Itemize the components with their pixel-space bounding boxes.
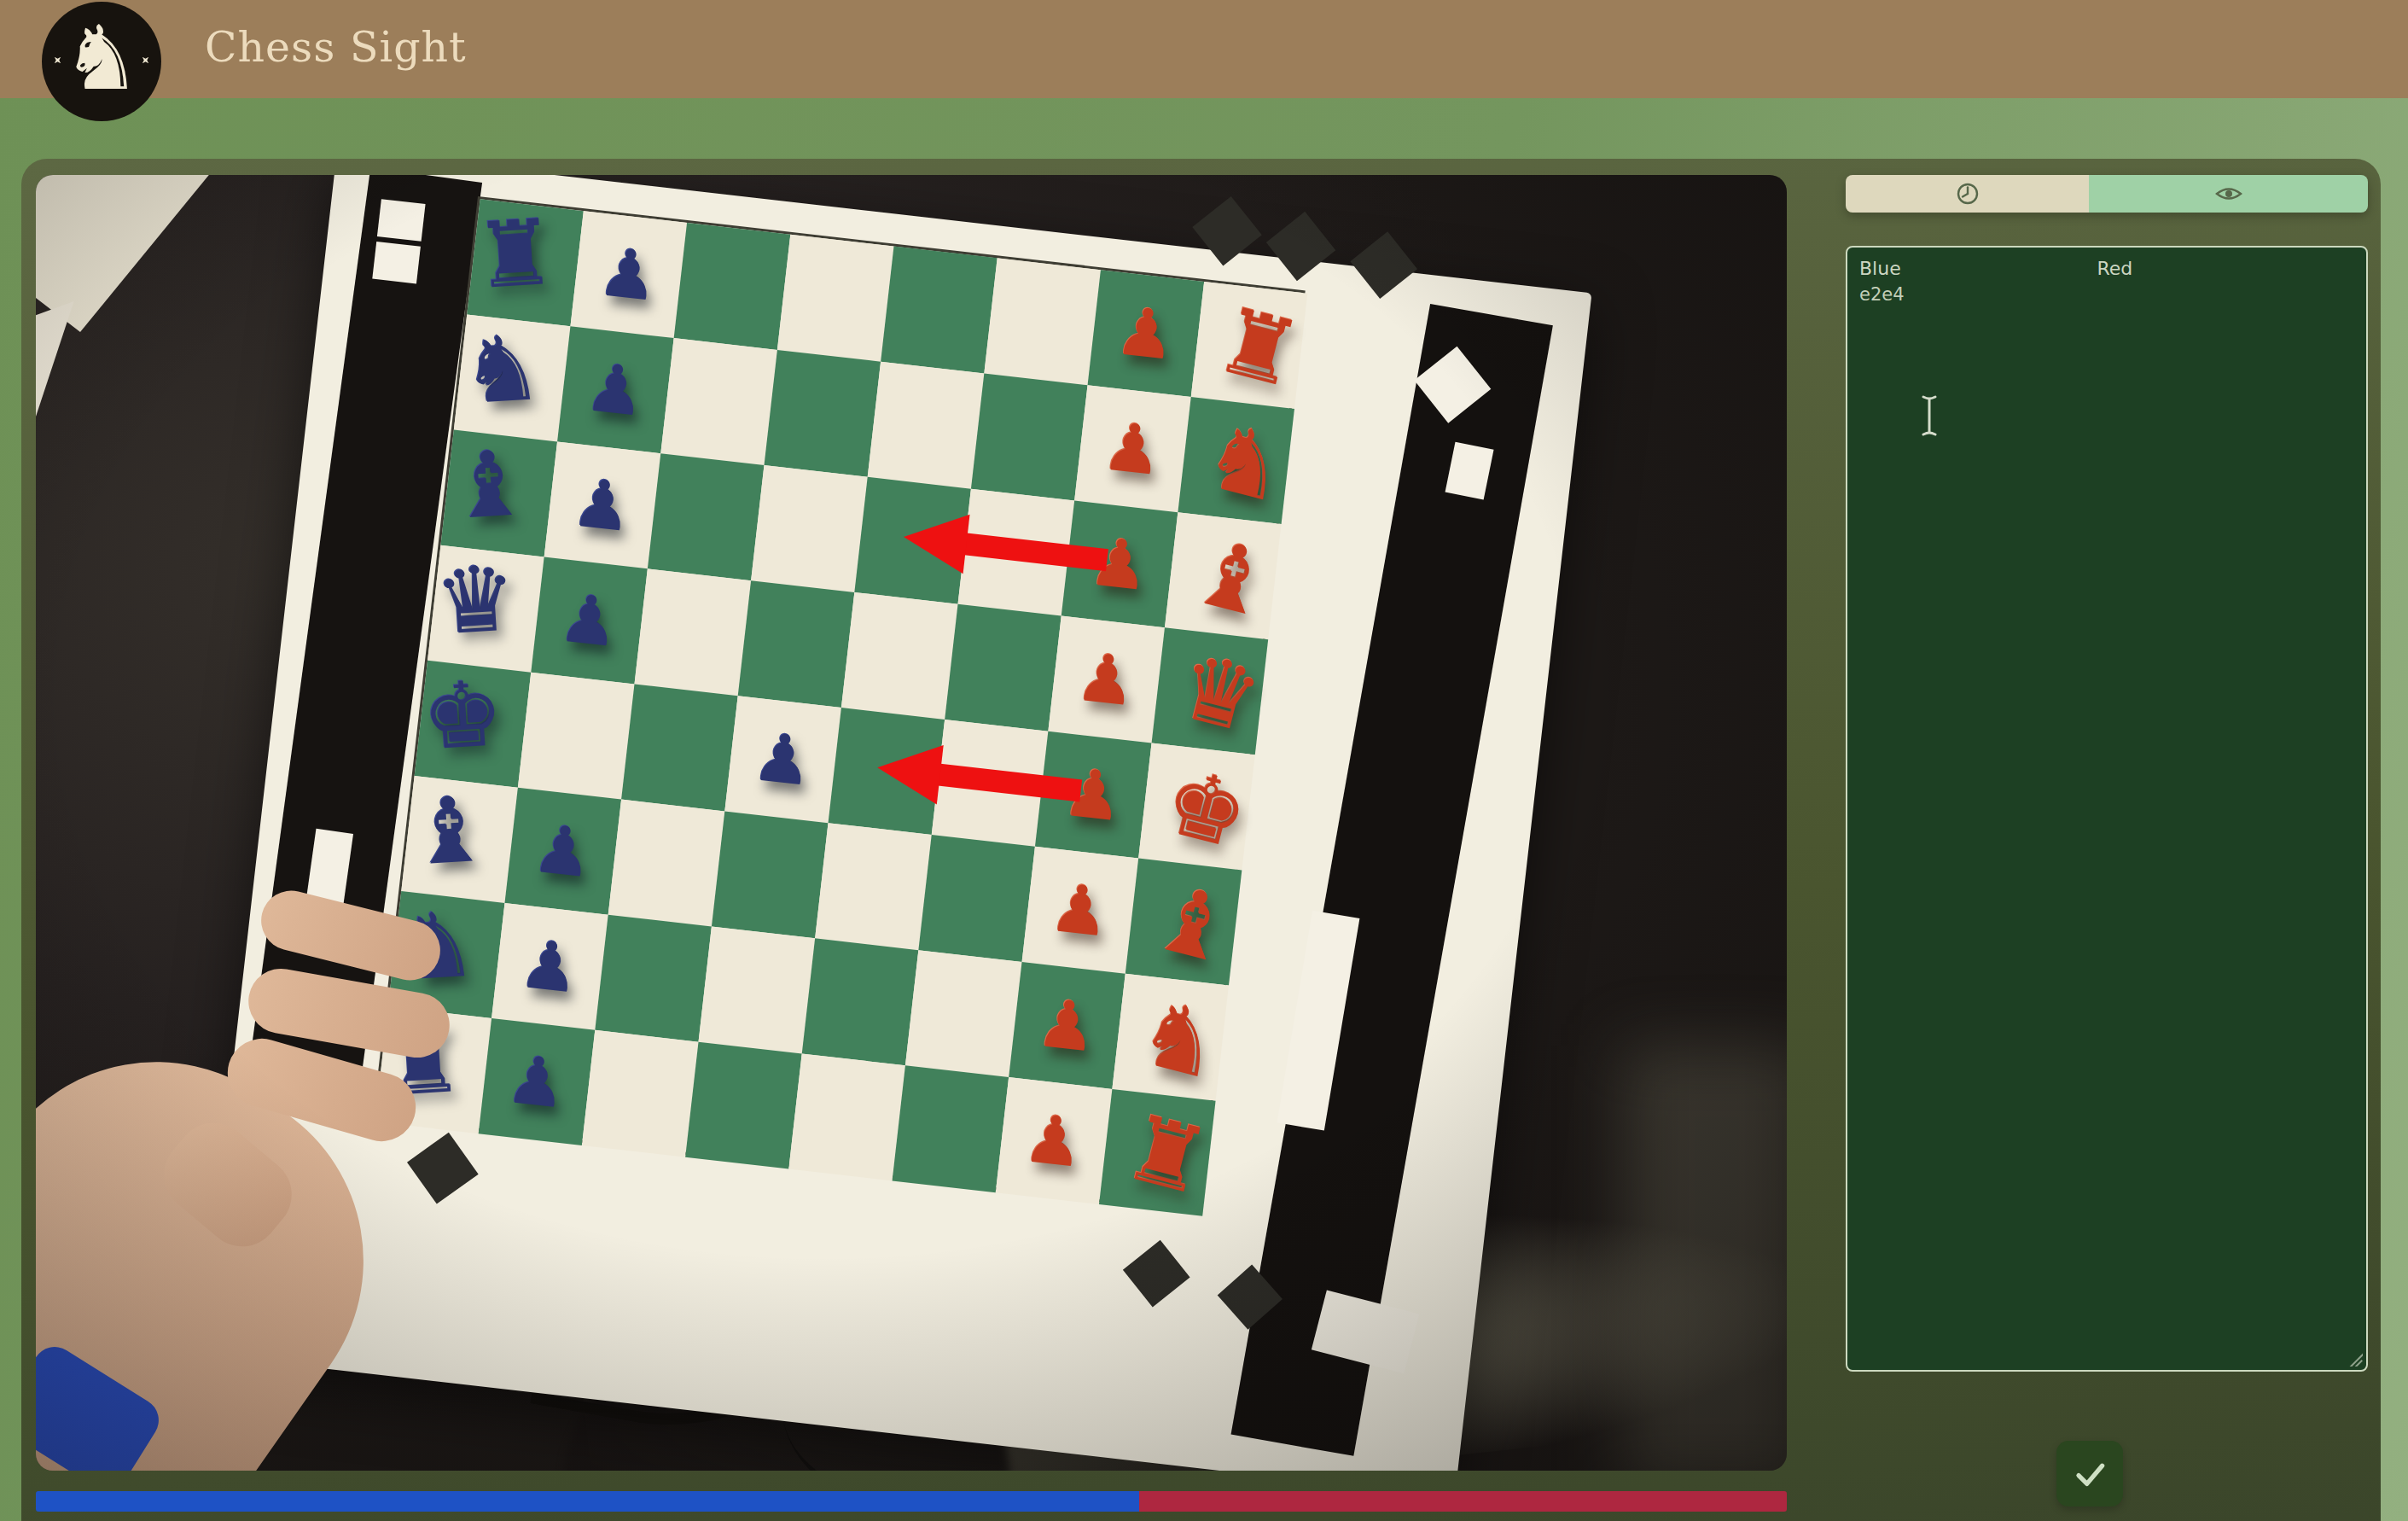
confirm-move-button[interactable] <box>2056 1441 2123 1506</box>
side-panel-tab-bar <box>1846 175 2368 213</box>
page-title: Chess Sight <box>205 0 467 98</box>
app-header: Chess Sight <box>0 0 2408 98</box>
resize-handle-icon[interactable] <box>2346 1349 2363 1367</box>
move-column-blue-header: Blue <box>1859 254 2097 281</box>
move-entry: e2e4 <box>1859 281 2097 305</box>
check-icon <box>2068 1452 2112 1496</box>
camera-feed: ♜♟♟♜♞♟♟♞♝♟♟♝♛♟♟♛♚♟♟♚♝♟♟♝♞♟♟♞♜♟♟♜ <box>36 175 1787 1471</box>
move-entry <box>2097 281 2354 305</box>
knight-logo-icon: ♞ <box>61 14 141 102</box>
video-vignette <box>36 175 1787 1471</box>
move-column-red-header: Red <box>2097 254 2354 281</box>
tab-history[interactable] <box>1846 175 2089 213</box>
red-progress-segment <box>1139 1491 1787 1512</box>
material-progress-bar <box>36 1491 1787 1512</box>
app-logo: ♞ <box>42 2 161 121</box>
tab-view[interactable] <box>2089 175 2368 213</box>
text-cursor-icon <box>1920 394 1939 440</box>
blue-progress-segment <box>36 1491 1139 1512</box>
eye-icon <box>2214 183 2243 205</box>
clock-icon <box>1954 180 1981 207</box>
